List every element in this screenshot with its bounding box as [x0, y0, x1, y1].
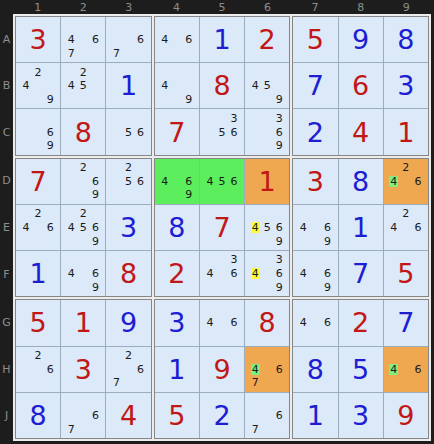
- candidate-2: 2: [32, 207, 44, 221]
- candidate-4: 4: [159, 33, 171, 47]
- big-digit: 7: [168, 119, 185, 146]
- cell-D5[interactable]: 456: [200, 159, 244, 204]
- column-label-group: 456: [154, 0, 291, 14]
- candidate-4: 4: [20, 221, 32, 235]
- big-digit: 2: [213, 402, 230, 429]
- candidate-2: 2: [77, 207, 89, 221]
- column-label-3: 3: [106, 0, 152, 14]
- candidate-7: 7: [110, 376, 122, 390]
- big-digit: 3: [120, 214, 137, 241]
- big-digit: 7: [30, 168, 47, 195]
- cell-J8[interactable]: 3: [339, 393, 383, 438]
- cell-E1[interactable]: 246: [16, 205, 60, 250]
- candidate-6: 6: [135, 174, 147, 188]
- cell-H6[interactable]: 467: [245, 347, 289, 392]
- big-digit: 3: [30, 26, 47, 53]
- pencil-marks: 456: [200, 159, 244, 204]
- cell-C2[interactable]: 8: [61, 109, 105, 154]
- candidate-9: 9: [183, 93, 195, 107]
- big-digit: 8: [213, 72, 230, 99]
- candidate-4: 4: [204, 174, 216, 188]
- candidate-6: 6: [183, 33, 195, 47]
- cell-G6[interactable]: 8: [245, 300, 289, 345]
- cell-F5[interactable]: 346: [200, 251, 244, 296]
- big-digit: 5: [30, 309, 47, 336]
- cell-B9[interactable]: 3: [384, 63, 428, 108]
- cell-E2[interactable]: 24569: [61, 205, 105, 250]
- candidate-6: 6: [321, 316, 333, 330]
- pencil-marks: 459: [245, 63, 289, 108]
- candidate-5: 5: [77, 79, 89, 93]
- big-digit: 8: [168, 214, 185, 241]
- pencil-marks: 24569: [61, 205, 105, 250]
- candidate-6: 6: [228, 267, 240, 281]
- candidate-9: 9: [273, 139, 285, 153]
- cell-H1[interactable]: 26: [16, 347, 60, 392]
- cell-G4[interactable]: 3: [155, 300, 199, 345]
- cell-D7[interactable]: 3: [293, 159, 337, 204]
- big-digit: 1: [259, 168, 276, 195]
- row-label-H: H: [0, 346, 13, 393]
- cell-F4[interactable]: 2: [155, 251, 199, 296]
- row-label-group: DEF: [0, 158, 13, 298]
- cell-G7[interactable]: 46: [293, 300, 337, 345]
- cell-C5[interactable]: 356: [200, 109, 244, 154]
- candidate-4: 4: [65, 79, 77, 93]
- candidate-3: 3: [273, 253, 285, 267]
- candidate-6: 6: [321, 221, 333, 235]
- cell-H7[interactable]: 8: [293, 347, 337, 392]
- cell-D3[interactable]: 256: [106, 159, 150, 204]
- column-label-2: 2: [61, 0, 107, 14]
- cell-H9[interactable]: 46: [384, 347, 428, 392]
- candidate-2: 2: [77, 65, 89, 79]
- box-r0c2: 598763241: [292, 16, 429, 156]
- row-label-group: GHJ: [0, 299, 13, 439]
- cell-C3[interactable]: 56: [106, 109, 150, 154]
- cell-A6[interactable]: 2: [245, 17, 289, 62]
- cell-E8[interactable]: 1: [339, 205, 383, 250]
- row-label-D: D: [0, 158, 13, 205]
- column-labels: 123456789: [13, 0, 431, 14]
- row-label-B: B: [0, 63, 13, 110]
- cell-A8[interactable]: 9: [339, 17, 383, 62]
- pencil-marks: 469: [155, 159, 199, 204]
- big-digit: 1: [213, 26, 230, 53]
- candidate-2: 2: [400, 207, 412, 221]
- box-r0c0: 346767249245169856: [15, 16, 152, 156]
- big-digit: 4: [120, 402, 137, 429]
- candidate-9: 9: [44, 139, 56, 153]
- big-digit: 7: [213, 214, 230, 241]
- pencil-marks: 346: [200, 251, 244, 296]
- row-label-A: A: [0, 16, 13, 63]
- cell-B8[interactable]: 6: [339, 63, 383, 108]
- cell-C1[interactable]: 69: [16, 109, 60, 154]
- cell-J4[interactable]: 5: [155, 393, 199, 438]
- pencil-marks: 26: [16, 347, 60, 392]
- big-digit: 1: [30, 260, 47, 287]
- cell-E6[interactable]: 4569: [245, 205, 289, 250]
- cell-D2[interactable]: 269: [61, 159, 105, 204]
- big-digit: 1: [120, 72, 137, 99]
- big-digit: 5: [397, 260, 414, 287]
- candidate-4: 4: [65, 33, 77, 47]
- candidate-6: 6: [228, 316, 240, 330]
- pencil-marks: 4569: [245, 205, 289, 250]
- cell-H2[interactable]: 3: [61, 347, 105, 392]
- big-digit: 8: [307, 356, 324, 383]
- candidate-6: 6: [89, 267, 101, 281]
- candidate-6: 6: [183, 174, 195, 188]
- pencil-marks: 246: [384, 159, 428, 204]
- pencil-marks: 245: [61, 63, 105, 108]
- cell-D8[interactable]: 8: [339, 159, 383, 204]
- candidate-7: 7: [65, 46, 77, 60]
- big-digit: 2: [352, 309, 369, 336]
- cell-H5[interactable]: 9: [200, 347, 244, 392]
- cell-F3[interactable]: 8: [106, 251, 150, 296]
- cell-B6[interactable]: 459: [245, 63, 289, 108]
- candidate-4: 4: [249, 362, 261, 376]
- column-label-group: 123: [15, 0, 152, 14]
- big-digit: 8: [259, 309, 276, 336]
- big-digit: 9: [352, 26, 369, 53]
- candidate-9: 9: [44, 93, 56, 107]
- cell-B4[interactable]: 49: [155, 63, 199, 108]
- candidate-9: 9: [183, 188, 195, 202]
- pencil-marks: 246: [16, 205, 60, 250]
- pencil-marks: 49: [155, 63, 199, 108]
- box-r1c0: 726925624624569314698: [15, 158, 152, 298]
- cell-A9[interactable]: 8: [384, 17, 428, 62]
- candidate-4: 4: [388, 362, 400, 376]
- cell-J9[interactable]: 9: [384, 393, 428, 438]
- candidate-2: 2: [77, 161, 89, 175]
- big-digit: 3: [397, 72, 414, 99]
- pencil-marks: 46: [384, 347, 428, 392]
- candidate-4: 4: [249, 267, 261, 281]
- big-digit: 1: [397, 119, 414, 146]
- pencil-marks: 469: [293, 205, 337, 250]
- pencil-marks: 269: [61, 159, 105, 204]
- pencil-marks: 356: [200, 109, 244, 154]
- pencil-marks: 467: [245, 347, 289, 392]
- big-digit: 1: [75, 309, 92, 336]
- candidate-4: 4: [297, 267, 309, 281]
- big-digit: 3: [168, 309, 185, 336]
- column-label-8: 8: [338, 0, 384, 14]
- row-label-C: C: [0, 109, 13, 156]
- cell-J1[interactable]: 8: [16, 393, 60, 438]
- big-digit: 1: [352, 214, 369, 241]
- cell-A5[interactable]: 1: [200, 17, 244, 62]
- candidate-6: 6: [89, 221, 101, 235]
- cell-D1[interactable]: 7: [16, 159, 60, 204]
- cell-H3[interactable]: 267: [106, 347, 150, 392]
- candidate-5: 5: [261, 221, 273, 235]
- cell-D4[interactable]: 469: [155, 159, 199, 204]
- candidate-6: 6: [44, 125, 56, 139]
- candidate-2: 2: [32, 349, 44, 363]
- candidate-6: 6: [273, 221, 285, 235]
- cell-G2[interactable]: 1: [61, 300, 105, 345]
- cell-E3[interactable]: 3: [106, 205, 150, 250]
- candidate-6: 6: [89, 409, 101, 423]
- candidate-6: 6: [89, 174, 101, 188]
- big-digit: 7: [397, 309, 414, 336]
- candidate-6: 6: [273, 267, 285, 281]
- candidate-4: 4: [159, 174, 171, 188]
- candidate-2: 2: [123, 349, 135, 363]
- cell-F1[interactable]: 1: [16, 251, 60, 296]
- cell-C9[interactable]: 1: [384, 109, 428, 154]
- candidate-9: 9: [321, 281, 333, 295]
- candidate-6: 6: [89, 33, 101, 47]
- candidate-5: 5: [123, 125, 135, 139]
- cell-J3[interactable]: 4: [106, 393, 150, 438]
- big-digit: 8: [30, 402, 47, 429]
- candidate-4: 4: [65, 267, 77, 281]
- cell-G1[interactable]: 5: [16, 300, 60, 345]
- cell-A4[interactable]: 46: [155, 17, 199, 62]
- cell-B5[interactable]: 8: [200, 63, 244, 108]
- row-label-F: F: [0, 251, 13, 298]
- cell-B7[interactable]: 7: [293, 63, 337, 108]
- box-r2c1: 3468194675267: [154, 299, 291, 439]
- cell-A3[interactable]: 67: [106, 17, 150, 62]
- candidate-3: 3: [273, 111, 285, 125]
- column-label-4: 4: [154, 0, 200, 14]
- big-digit: 7: [307, 72, 324, 99]
- column-label-1: 1: [15, 0, 61, 14]
- candidate-7: 7: [65, 422, 77, 436]
- pencil-marks: 267: [106, 347, 150, 392]
- big-digit: 2: [168, 260, 185, 287]
- cell-G5[interactable]: 46: [200, 300, 244, 345]
- row-label-group: ABC: [0, 16, 13, 156]
- column-label-9: 9: [383, 0, 429, 14]
- big-digit: 3: [307, 168, 324, 195]
- candidate-3: 3: [228, 253, 240, 267]
- candidate-5: 5: [261, 79, 273, 93]
- candidate-6: 6: [273, 409, 285, 423]
- big-digit: 1: [307, 402, 324, 429]
- candidate-4: 4: [297, 316, 309, 330]
- cell-H8[interactable]: 5: [339, 347, 383, 392]
- cell-G9[interactable]: 7: [384, 300, 428, 345]
- big-digit: 8: [397, 26, 414, 53]
- candidate-2: 2: [400, 161, 412, 175]
- pencil-marks: 46: [200, 300, 244, 345]
- candidate-6: 6: [44, 221, 56, 235]
- big-digit: 5: [307, 26, 324, 53]
- box-r1c2: 38246469124646975: [292, 158, 429, 298]
- cell-C7[interactable]: 2: [293, 109, 337, 154]
- candidate-9: 9: [273, 281, 285, 295]
- sudoku-app: 123456789 ABCDEFGHJ 34676724924516985646…: [0, 0, 434, 444]
- pencil-marks: 69: [16, 109, 60, 154]
- candidate-9: 9: [89, 281, 101, 295]
- candidate-4: 4: [20, 79, 32, 93]
- row-labels: ABCDEFGHJ: [0, 14, 13, 441]
- big-digit: 9: [120, 309, 137, 336]
- candidate-4: 4: [249, 79, 261, 93]
- candidate-7: 7: [110, 46, 122, 60]
- candidate-2: 2: [32, 65, 44, 79]
- big-digit: 8: [120, 260, 137, 287]
- cell-C4[interactable]: 7: [155, 109, 199, 154]
- candidate-6: 6: [412, 362, 424, 376]
- cell-B1[interactable]: 249: [16, 63, 60, 108]
- candidate-4: 4: [159, 79, 171, 93]
- cell-F2[interactable]: 469: [61, 251, 105, 296]
- cell-F8[interactable]: 7: [339, 251, 383, 296]
- candidate-4: 4: [65, 221, 77, 235]
- candidate-9: 9: [89, 188, 101, 202]
- pencil-marks: 46: [293, 300, 337, 345]
- pencil-marks: 56: [106, 109, 150, 154]
- pencil-marks: 3469: [245, 251, 289, 296]
- cell-D9[interactable]: 246: [384, 159, 428, 204]
- candidate-4: 4: [297, 221, 309, 235]
- candidate-3: 3: [228, 111, 240, 125]
- cell-E9[interactable]: 246: [384, 205, 428, 250]
- row-label-G: G: [0, 299, 13, 346]
- big-digit: 5: [168, 402, 185, 429]
- cell-H4[interactable]: 1: [155, 347, 199, 392]
- cell-D6[interactable]: 1: [245, 159, 289, 204]
- pencil-marks: 67: [245, 393, 289, 438]
- big-digit: 7: [352, 260, 369, 287]
- candidate-9: 9: [89, 234, 101, 248]
- cell-A1[interactable]: 3: [16, 17, 60, 62]
- big-digit: 9: [213, 356, 230, 383]
- cell-C6[interactable]: 369: [245, 109, 289, 154]
- cell-E7[interactable]: 469: [293, 205, 337, 250]
- big-digit: 2: [259, 26, 276, 53]
- big-digit: 9: [397, 402, 414, 429]
- row-label-E: E: [0, 204, 13, 251]
- candidate-6: 6: [273, 362, 285, 376]
- candidate-5: 5: [77, 221, 89, 235]
- cell-J6[interactable]: 67: [245, 393, 289, 438]
- big-digit: 8: [75, 119, 92, 146]
- candidate-6: 6: [321, 267, 333, 281]
- candidate-4: 4: [388, 174, 400, 188]
- cell-F6[interactable]: 3469: [245, 251, 289, 296]
- big-digit: 2: [307, 119, 324, 146]
- pencil-marks: 249: [16, 63, 60, 108]
- candidate-6: 6: [412, 174, 424, 188]
- big-digit: 1: [168, 356, 185, 383]
- cell-A2[interactable]: 467: [61, 17, 105, 62]
- cell-F7[interactable]: 469: [293, 251, 337, 296]
- candidate-9: 9: [321, 234, 333, 248]
- candidate-4: 4: [249, 221, 261, 235]
- big-digit: 6: [352, 72, 369, 99]
- cell-J2[interactable]: 67: [61, 393, 105, 438]
- cell-J7[interactable]: 1: [293, 393, 337, 438]
- pencil-marks: 467: [61, 17, 105, 62]
- candidate-7: 7: [249, 422, 261, 436]
- box-r0c1: 46124984597356369: [154, 16, 291, 156]
- cell-F9[interactable]: 5: [384, 251, 428, 296]
- cell-C8[interactable]: 4: [339, 109, 383, 154]
- column-label-5: 5: [199, 0, 245, 14]
- pencil-marks: 67: [106, 17, 150, 62]
- candidate-5: 5: [123, 174, 135, 188]
- big-digit: 4: [352, 119, 369, 146]
- candidate-6: 6: [273, 125, 285, 139]
- cell-E5[interactable]: 7: [200, 205, 244, 250]
- cell-E4[interactable]: 8: [155, 205, 199, 250]
- column-label-group: 789: [292, 0, 429, 14]
- candidate-6: 6: [228, 174, 240, 188]
- candidate-6: 6: [135, 125, 147, 139]
- column-label-6: 6: [245, 0, 291, 14]
- cell-J5[interactable]: 2: [200, 393, 244, 438]
- box-r1c1: 469456187456923463469: [154, 158, 291, 298]
- candidate-5: 5: [216, 125, 228, 139]
- candidate-7: 7: [249, 376, 261, 390]
- big-digit: 5: [352, 356, 369, 383]
- candidate-6: 6: [135, 362, 147, 376]
- pencil-marks: 469: [61, 251, 105, 296]
- cell-G3[interactable]: 9: [106, 300, 150, 345]
- pencil-marks: 67: [61, 393, 105, 438]
- candidate-4: 4: [388, 221, 400, 235]
- candidate-6: 6: [44, 362, 56, 376]
- pencil-marks: 469: [293, 251, 337, 296]
- candidate-2: 2: [123, 161, 135, 175]
- candidate-6: 6: [228, 125, 240, 139]
- row-label-J: J: [0, 392, 13, 439]
- candidate-6: 6: [412, 221, 424, 235]
- candidate-9: 9: [273, 93, 285, 107]
- pencil-marks: 256: [106, 159, 150, 204]
- candidate-9: 9: [273, 234, 285, 248]
- cell-A7[interactable]: 5: [293, 17, 337, 62]
- sudoku-board: 3467672492451698564612498459735636959876…: [13, 14, 431, 441]
- big-digit: 3: [75, 356, 92, 383]
- pencil-marks: 46: [155, 17, 199, 62]
- big-digit: 3: [352, 402, 369, 429]
- big-digit: 8: [352, 168, 369, 195]
- box-r2c0: 5192632678674: [15, 299, 152, 439]
- candidate-4: 4: [204, 267, 216, 281]
- column-label-7: 7: [292, 0, 338, 14]
- candidate-6: 6: [135, 33, 147, 47]
- pencil-marks: 369: [245, 109, 289, 154]
- pencil-marks: 246: [384, 205, 428, 250]
- candidate-4: 4: [204, 316, 216, 330]
- candidate-5: 5: [216, 174, 228, 188]
- cell-B3[interactable]: 1: [106, 63, 150, 108]
- cell-B2[interactable]: 245: [61, 63, 105, 108]
- cell-G8[interactable]: 2: [339, 300, 383, 345]
- box-r2c2: 46278546139: [292, 299, 429, 439]
